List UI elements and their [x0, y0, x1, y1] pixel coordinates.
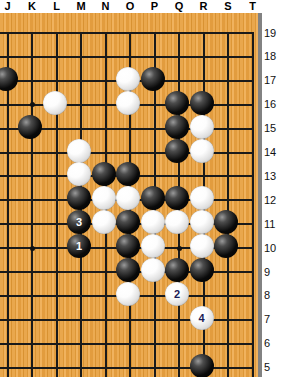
- stone-white-P10[interactable]: [141, 234, 165, 258]
- column-label-T: T: [244, 0, 262, 13]
- stone-black-R9[interactable]: [190, 258, 214, 282]
- stone-white-L16[interactable]: [43, 91, 67, 115]
- row-label-13: 13: [264, 170, 276, 183]
- stone-black-Q16[interactable]: [165, 91, 189, 115]
- star-point-K16: [30, 102, 35, 107]
- grid-line-row-19: [0, 32, 254, 34]
- stone-black-O11[interactable]: [116, 210, 140, 234]
- stone-black-Q9[interactable]: [165, 258, 189, 282]
- grid-line-col-K: [31, 32, 33, 377]
- stone-white-R7[interactable]: 4: [190, 306, 214, 330]
- go-board-screenshot: JKLMNOPQRST 3124 19181716151413121110987…: [0, 0, 284, 377]
- stone-white-R14[interactable]: [190, 139, 214, 163]
- grid-line-col-T: [252, 32, 254, 377]
- column-label-Q: Q: [170, 0, 188, 13]
- stone-black-Q14[interactable]: [165, 139, 189, 163]
- row-label-10: 10: [264, 242, 276, 255]
- stone-white-R11[interactable]: [190, 210, 214, 234]
- stone-white-R12[interactable]: [190, 186, 214, 210]
- stone-white-M14[interactable]: [67, 139, 91, 163]
- stone-black-P17[interactable]: [141, 67, 165, 91]
- row-label-9: 9: [264, 266, 270, 279]
- stone-black-J17[interactable]: [0, 67, 18, 91]
- stone-black-O13[interactable]: [116, 162, 140, 186]
- stone-white-N12[interactable]: [92, 186, 116, 210]
- star-point-Q10: [177, 246, 182, 251]
- column-label-M: M: [72, 0, 90, 13]
- column-label-P: P: [146, 0, 164, 13]
- stone-white-O8[interactable]: [116, 282, 140, 306]
- stone-white-R10[interactable]: [190, 234, 214, 258]
- grid-line-row-5: [0, 367, 254, 369]
- stone-white-R15[interactable]: [190, 115, 214, 139]
- stone-black-M10[interactable]: 1: [67, 234, 91, 258]
- grid-line-row-6: [0, 343, 254, 345]
- stone-black-N13[interactable]: [92, 162, 116, 186]
- row-label-14: 14: [264, 146, 276, 159]
- row-label-18: 18: [264, 50, 276, 63]
- stone-black-S11[interactable]: [214, 210, 238, 234]
- stone-white-N11[interactable]: [92, 210, 116, 234]
- move-number-3: 3: [76, 216, 82, 228]
- move-number-2: 2: [174, 288, 180, 300]
- grid-line-col-S: [227, 32, 229, 377]
- stone-black-O9[interactable]: [116, 258, 140, 282]
- row-label-17: 17: [264, 74, 276, 87]
- row-label-15: 15: [264, 122, 276, 135]
- row-label-11: 11: [264, 218, 275, 231]
- stone-black-K15[interactable]: [18, 115, 42, 139]
- stone-white-Q11[interactable]: [165, 210, 189, 234]
- column-label-S: S: [219, 0, 237, 13]
- stone-black-P12[interactable]: [141, 186, 165, 210]
- stone-black-Q15[interactable]: [165, 115, 189, 139]
- grid-line-row-7: [0, 319, 254, 321]
- stone-black-R5[interactable]: [190, 354, 214, 377]
- move-number-4: 4: [198, 312, 204, 324]
- stone-white-O12[interactable]: [116, 186, 140, 210]
- stone-black-M11[interactable]: 3: [67, 210, 91, 234]
- stone-white-M13[interactable]: [67, 162, 91, 186]
- stone-black-R16[interactable]: [190, 91, 214, 115]
- grid-line-row-14: [0, 152, 254, 154]
- row-label-16: 16: [264, 98, 276, 111]
- column-label-L: L: [48, 0, 66, 13]
- grid-line-row-18: [0, 56, 254, 58]
- row-label-19: 19: [264, 27, 276, 40]
- stone-black-O10[interactable]: [116, 234, 140, 258]
- column-labels-strip: JKLMNOPQRST: [0, 0, 284, 13]
- stone-white-P9[interactable]: [141, 258, 165, 282]
- column-label-K: K: [23, 0, 41, 13]
- stone-black-Q12[interactable]: [165, 186, 189, 210]
- row-label-8: 8: [264, 289, 270, 302]
- row-label-5: 5: [264, 361, 270, 374]
- star-point-K10: [30, 246, 35, 251]
- column-label-J: J: [0, 0, 17, 13]
- stone-white-O17[interactable]: [116, 67, 140, 91]
- stone-white-Q8[interactable]: 2: [165, 282, 189, 306]
- stone-white-O16[interactable]: [116, 91, 140, 115]
- stone-black-S10[interactable]: [214, 234, 238, 258]
- stone-black-M12[interactable]: [67, 186, 91, 210]
- grid-line-col-L: [56, 32, 58, 377]
- column-label-O: O: [121, 0, 139, 13]
- row-label-6: 6: [264, 337, 270, 350]
- move-number-1: 1: [76, 240, 82, 252]
- go-board[interactable]: 3124: [0, 13, 258, 377]
- stone-white-P11[interactable]: [141, 210, 165, 234]
- row-label-12: 12: [264, 194, 276, 207]
- column-label-R: R: [195, 0, 213, 13]
- column-label-N: N: [97, 0, 115, 13]
- row-label-7: 7: [264, 313, 270, 326]
